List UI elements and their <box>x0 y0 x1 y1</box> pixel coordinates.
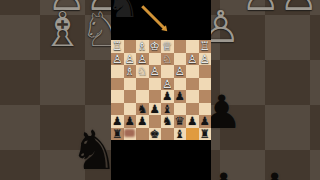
white-king[interactable]: ♔ <box>149 40 162 53</box>
square[interactable]: ♚ <box>149 128 162 141</box>
black-king[interactable]: ♚ <box>149 128 162 141</box>
square[interactable]: ♜ <box>199 128 212 141</box>
square[interactable]: ♔ <box>149 40 162 53</box>
square[interactable] <box>124 40 137 53</box>
white-pawn[interactable]: ♙ <box>111 53 124 66</box>
square[interactable]: ♟ <box>149 103 162 116</box>
square[interactable]: ♟ <box>199 115 212 128</box>
black-rook[interactable]: ♜ <box>111 128 124 141</box>
black-pawn[interactable]: ♟ <box>186 115 199 128</box>
square[interactable]: ♘ <box>161 53 174 66</box>
square[interactable] <box>149 90 162 103</box>
square[interactable]: ♙ <box>199 53 212 66</box>
compression-artifact <box>124 129 135 137</box>
white-bishop[interactable]: ♗ <box>136 40 149 53</box>
square[interactable] <box>174 40 187 53</box>
black-pawn[interactable]: ♟ <box>174 90 187 103</box>
square[interactable] <box>124 78 137 91</box>
square[interactable]: ♘ <box>136 65 149 78</box>
square[interactable] <box>186 128 199 141</box>
square[interactable]: ♞ <box>161 115 174 128</box>
black-pawn[interactable]: ♟ <box>199 115 212 128</box>
black-pawn[interactable]: ♟ <box>149 103 162 116</box>
square[interactable]: ♖ <box>199 40 212 53</box>
move-arrow-line <box>142 6 164 28</box>
video-letterbox: ♞ ♖♗♔♕♖♙♙♙♘♙♙♗♘♙♙♙♟♟♞♟♝♟♟♟♞♛♟♟♜♚♝♜ <box>111 0 211 180</box>
white-pawn[interactable]: ♙ <box>199 53 212 66</box>
video-frame: ♙♙♗♘♞♙♙♙♟♟♟ ♞ ♖♗♔♕♖♙♙♙♘♙♙♗♘♙♙♙♟♟♞♟♝♟♟♟♞♛… <box>0 0 320 180</box>
square[interactable] <box>199 90 212 103</box>
square[interactable]: ♗ <box>136 40 149 53</box>
white-pawn[interactable]: ♙ <box>186 53 199 66</box>
black-rook[interactable]: ♜ <box>199 128 212 141</box>
black-pawn[interactable]: ♟ <box>136 115 149 128</box>
square[interactable]: ♗ <box>124 65 137 78</box>
square[interactable] <box>136 90 149 103</box>
square[interactable]: ♟ <box>111 115 124 128</box>
square[interactable] <box>136 128 149 141</box>
black-pawn[interactable]: ♟ <box>161 90 174 103</box>
black-pawn[interactable]: ♟ <box>124 115 137 128</box>
square[interactable]: ♟ <box>174 90 187 103</box>
square[interactable]: ♟ <box>124 115 137 128</box>
background-white-pawn-icon: ♙ <box>241 0 280 17</box>
square[interactable]: ♟ <box>161 90 174 103</box>
square[interactable] <box>186 90 199 103</box>
chess-board[interactable]: ♖♗♔♕♖♙♙♙♘♙♙♗♘♙♙♙♟♟♞♟♝♟♟♟♞♛♟♟♜♚♝♜ <box>111 40 211 140</box>
square[interactable]: ♜ <box>111 128 124 141</box>
square[interactable]: ♙ <box>186 53 199 66</box>
square[interactable] <box>111 65 124 78</box>
square[interactable] <box>186 78 199 91</box>
white-queen[interactable]: ♕ <box>161 40 174 53</box>
square[interactable] <box>199 65 212 78</box>
square[interactable] <box>124 90 137 103</box>
square[interactable]: ♙ <box>149 65 162 78</box>
black-queen[interactable]: ♛ <box>174 115 187 128</box>
square[interactable] <box>111 90 124 103</box>
background-black-pawn-icon: ♟ <box>254 167 295 180</box>
white-knight[interactable]: ♘ <box>136 65 149 78</box>
black-knight[interactable]: ♞ <box>161 115 174 128</box>
square[interactable] <box>136 78 149 91</box>
black-bishop[interactable]: ♝ <box>174 128 187 141</box>
square[interactable]: ♟ <box>186 115 199 128</box>
square[interactable]: ♝ <box>174 128 187 141</box>
background-white-pawn-icon: ♙ <box>279 0 318 17</box>
square[interactable]: ♙ <box>111 53 124 66</box>
square[interactable] <box>149 78 162 91</box>
square[interactable]: ♕ <box>161 40 174 53</box>
square[interactable] <box>199 78 212 91</box>
move-arrow-head <box>161 25 167 31</box>
white-pawn[interactable]: ♙ <box>149 65 162 78</box>
square[interactable]: ♛ <box>174 115 187 128</box>
black-pawn[interactable]: ♟ <box>111 115 124 128</box>
white-pawn[interactable]: ♙ <box>174 65 187 78</box>
square[interactable]: ♟ <box>136 115 149 128</box>
square[interactable] <box>149 115 162 128</box>
white-bishop[interactable]: ♗ <box>124 65 137 78</box>
faint-knight-icon: ♞ <box>111 0 139 23</box>
square[interactable] <box>186 65 199 78</box>
square[interactable] <box>186 40 199 53</box>
square[interactable] <box>161 65 174 78</box>
background-white-bishop-icon: ♗ <box>41 5 84 53</box>
square[interactable] <box>111 78 124 91</box>
white-knight[interactable]: ♘ <box>161 53 174 66</box>
square[interactable]: ♙ <box>174 65 187 78</box>
square[interactable] <box>161 128 174 141</box>
square[interactable]: ♖ <box>111 40 124 53</box>
white-rook[interactable]: ♖ <box>199 40 212 53</box>
white-rook[interactable]: ♖ <box>111 40 124 53</box>
